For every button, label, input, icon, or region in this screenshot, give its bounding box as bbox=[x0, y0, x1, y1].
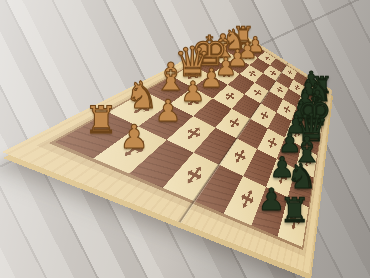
photo-scene: ♜♞♝♛♚♝♞♜♟♟♟♟♟♟♟♟♟♟♟♟♟♟♟♟♜♞♝♛♚♝♞♜ bbox=[0, 0, 370, 278]
black-rook: ♜ bbox=[279, 193, 309, 227]
white-pawn: ♟ bbox=[155, 96, 182, 126]
white-rook: ♜ bbox=[85, 102, 119, 140]
black-knight: ♞ bbox=[286, 159, 317, 193]
white-pawn: ♟ bbox=[180, 78, 205, 106]
pieces-layer: ♜♞♝♛♚♝♞♜♟♟♟♟♟♟♟♟♟♟♟♟♟♟♟♟♜♞♝♛♚♝♞♜ bbox=[0, 0, 370, 278]
white-pawn: ♟ bbox=[119, 121, 148, 154]
white-knight: ♞ bbox=[125, 77, 159, 114]
